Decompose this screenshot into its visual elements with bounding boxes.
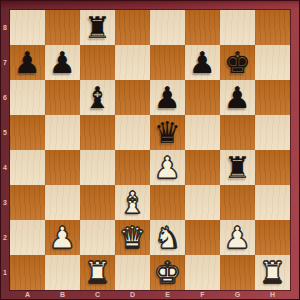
square-b3[interactable] xyxy=(45,185,80,220)
file-label-g: G xyxy=(220,290,255,300)
black-pawn[interactable]: ♟ xyxy=(45,45,80,80)
square-b6[interactable] xyxy=(45,80,80,115)
white-pawn[interactable]: ♟ xyxy=(150,150,185,185)
square-f1[interactable] xyxy=(185,255,220,290)
square-f7[interactable]: ♟ xyxy=(185,45,220,80)
rank-label-1: 1 xyxy=(0,255,10,290)
file-label-d: D xyxy=(115,290,150,300)
square-e8[interactable] xyxy=(150,10,185,45)
square-h4[interactable] xyxy=(255,150,290,185)
white-rook[interactable]: ♜ xyxy=(255,255,290,290)
square-f3[interactable] xyxy=(185,185,220,220)
rank-label-2: 2 xyxy=(0,220,10,255)
square-f6[interactable] xyxy=(185,80,220,115)
white-rook[interactable]: ♜ xyxy=(80,255,115,290)
square-d1[interactable] xyxy=(115,255,150,290)
square-c5[interactable] xyxy=(80,115,115,150)
square-e5[interactable]: ♛ xyxy=(150,115,185,150)
square-b4[interactable] xyxy=(45,150,80,185)
file-label-h: H xyxy=(255,290,290,300)
square-c4[interactable] xyxy=(80,150,115,185)
square-g4[interactable]: ♜ xyxy=(220,150,255,185)
square-h7[interactable] xyxy=(255,45,290,80)
rank-label-4: 4 xyxy=(0,150,10,185)
square-h2[interactable] xyxy=(255,220,290,255)
square-a2[interactable] xyxy=(10,220,45,255)
rank-label-7: 7 xyxy=(0,45,10,80)
file-label-a: A xyxy=(10,290,45,300)
square-d2[interactable]: ♛ xyxy=(115,220,150,255)
rank-label-5: 5 xyxy=(0,115,10,150)
square-g6[interactable]: ♟ xyxy=(220,80,255,115)
square-f4[interactable] xyxy=(185,150,220,185)
square-a4[interactable] xyxy=(10,150,45,185)
white-pawn[interactable]: ♟ xyxy=(220,220,255,255)
square-c8[interactable]: ♜ xyxy=(80,10,115,45)
black-rook[interactable]: ♜ xyxy=(220,150,255,185)
square-a5[interactable] xyxy=(10,115,45,150)
square-a7[interactable]: ♟ xyxy=(10,45,45,80)
black-king[interactable]: ♚ xyxy=(220,45,255,80)
square-h8[interactable] xyxy=(255,10,290,45)
square-b7[interactable]: ♟ xyxy=(45,45,80,80)
square-e6[interactable]: ♟ xyxy=(150,80,185,115)
square-d4[interactable] xyxy=(115,150,150,185)
black-bishop[interactable]: ♝ xyxy=(80,80,115,115)
square-c3[interactable] xyxy=(80,185,115,220)
square-c7[interactable] xyxy=(80,45,115,80)
square-a6[interactable] xyxy=(10,80,45,115)
square-d8[interactable] xyxy=(115,10,150,45)
white-king[interactable]: ♚ xyxy=(150,255,185,290)
black-rook[interactable]: ♜ xyxy=(80,10,115,45)
square-c1[interactable]: ♜ xyxy=(80,255,115,290)
square-h1[interactable]: ♜ xyxy=(255,255,290,290)
chess-board: ♜♟♟♟♚♝♟♟♛♟♜♝♟♛♞♟♜♚♜ xyxy=(10,10,290,290)
square-h6[interactable] xyxy=(255,80,290,115)
square-e4[interactable]: ♟ xyxy=(150,150,185,185)
square-h5[interactable] xyxy=(255,115,290,150)
rank-label-6: 6 xyxy=(0,80,10,115)
square-g2[interactable]: ♟ xyxy=(220,220,255,255)
black-pawn[interactable]: ♟ xyxy=(10,45,45,80)
white-bishop[interactable]: ♝ xyxy=(115,185,150,220)
square-d6[interactable] xyxy=(115,80,150,115)
square-a8[interactable] xyxy=(10,10,45,45)
square-b1[interactable] xyxy=(45,255,80,290)
file-label-c: C xyxy=(80,290,115,300)
file-label-b: B xyxy=(45,290,80,300)
square-c6[interactable]: ♝ xyxy=(80,80,115,115)
square-a1[interactable] xyxy=(10,255,45,290)
square-f2[interactable] xyxy=(185,220,220,255)
square-e3[interactable] xyxy=(150,185,185,220)
square-h3[interactable] xyxy=(255,185,290,220)
square-g3[interactable] xyxy=(220,185,255,220)
square-g5[interactable] xyxy=(220,115,255,150)
rank-label-3: 3 xyxy=(0,185,10,220)
rank-label-8: 8 xyxy=(0,10,10,45)
square-e2[interactable]: ♞ xyxy=(150,220,185,255)
square-a3[interactable] xyxy=(10,185,45,220)
square-c2[interactable] xyxy=(80,220,115,255)
black-pawn[interactable]: ♟ xyxy=(220,80,255,115)
black-pawn[interactable]: ♟ xyxy=(150,80,185,115)
board-frame: ♜♟♟♟♚♝♟♟♛♟♜♝♟♛♞♟♜♚♜ 87654321 ABCDEFGH xyxy=(0,0,300,300)
square-d3[interactable]: ♝ xyxy=(115,185,150,220)
file-label-f: F xyxy=(185,290,220,300)
white-pawn[interactable]: ♟ xyxy=(45,220,80,255)
square-d5[interactable] xyxy=(115,115,150,150)
square-f8[interactable] xyxy=(185,10,220,45)
square-e1[interactable]: ♚ xyxy=(150,255,185,290)
square-b8[interactable] xyxy=(45,10,80,45)
black-queen[interactable]: ♛ xyxy=(150,115,185,150)
square-b2[interactable]: ♟ xyxy=(45,220,80,255)
square-g8[interactable] xyxy=(220,10,255,45)
square-e7[interactable] xyxy=(150,45,185,80)
square-f5[interactable] xyxy=(185,115,220,150)
square-b5[interactable] xyxy=(45,115,80,150)
black-pawn[interactable]: ♟ xyxy=(185,45,220,80)
white-knight[interactable]: ♞ xyxy=(150,220,185,255)
file-label-e: E xyxy=(150,290,185,300)
square-g7[interactable]: ♚ xyxy=(220,45,255,80)
white-queen[interactable]: ♛ xyxy=(115,220,150,255)
square-g1[interactable] xyxy=(220,255,255,290)
square-d7[interactable] xyxy=(115,45,150,80)
